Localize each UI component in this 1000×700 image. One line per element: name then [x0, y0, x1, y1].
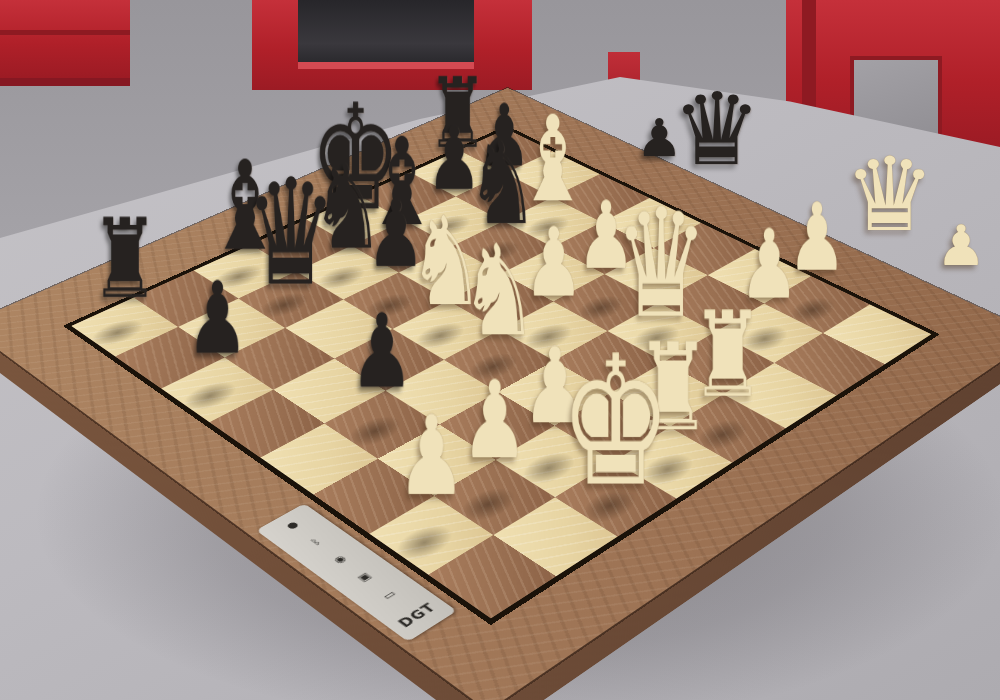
- piece-white-pawn-a2[interactable]: ♟: [367, 356, 495, 557]
- power-led-icon: ●: [284, 520, 301, 531]
- bluetooth-icon: ᛒ: [308, 537, 322, 546]
- photo-scene: ♜♝♚♜♛♞♝♟♟♟♟♞♝♞♟♞♟♟♛♟♟♟♟♟♚♜♜ ●ᛒ◉▣▭ DGT ♟ …: [0, 0, 1000, 700]
- power-jack-icon: ◉: [331, 554, 348, 565]
- board-grid: ♜♝♚♜♛♞♝♟♟♟♟♞♝♞♟♞♟♟♛♟♟♟♟♟♚♜♜: [63, 126, 940, 625]
- dgt-logo: DGT: [395, 601, 440, 630]
- switch-icon: ▣: [355, 571, 373, 583]
- piece-black-pawn-a6[interactable]: ♟: [159, 228, 275, 410]
- offboard-white-pawn[interactable]: ♟: [936, 218, 986, 274]
- offboard-white-queen[interactable]: ♛: [844, 144, 935, 246]
- board-perspective-scene: ♜♝♚♜♛♞♝♟♟♟♟♞♝♞♟♞♟♟♛♟♟♟♟♟♚♜♜ ●ᛒ◉▣▭ DGT: [0, 0, 1000, 700]
- offboard-black-queen[interactable]: ♛: [672, 80, 762, 180]
- usb-port-icon: ▭: [380, 589, 398, 601]
- piece-white-king-c1[interactable]: ♚: [553, 324, 678, 520]
